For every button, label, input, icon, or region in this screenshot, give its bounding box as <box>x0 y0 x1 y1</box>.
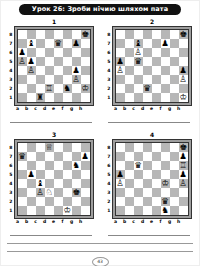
square-d1 <box>45 93 54 102</box>
file-label-f: f <box>156 106 165 112</box>
square-h7 <box>179 39 188 48</box>
square-a4 <box>18 179 27 188</box>
ruled-line <box>7 251 193 252</box>
square-g8 <box>170 143 179 152</box>
piece-K-f1: ♔ <box>63 206 72 215</box>
square-a1 <box>116 93 125 102</box>
square-a5 <box>18 170 27 179</box>
square-h3 <box>179 188 188 197</box>
square-g6 <box>170 161 179 170</box>
square-g3 <box>170 75 179 84</box>
diagram-2-number: 2 <box>103 18 195 25</box>
square-c3 <box>36 75 45 84</box>
square-b3 <box>125 188 134 197</box>
square-f7 <box>63 39 72 48</box>
square-c1 <box>134 93 143 102</box>
square-b1 <box>125 206 134 215</box>
square-a4: ♙ <box>116 66 125 75</box>
square-g1 <box>170 206 179 215</box>
square-b4 <box>125 66 134 75</box>
square-e6 <box>54 161 63 170</box>
square-h6 <box>81 48 90 57</box>
square-c6 <box>36 161 45 170</box>
file-label-c: c <box>31 106 40 112</box>
square-d5 <box>143 170 152 179</box>
square-a8 <box>116 30 125 39</box>
square-b8 <box>125 143 134 152</box>
page-number-badge: 43 <box>92 257 109 266</box>
square-b7 <box>125 39 134 48</box>
file-label-d: d <box>40 106 49 112</box>
square-g5 <box>170 170 179 179</box>
diagram-1-number: 1 <box>5 18 97 25</box>
square-d1 <box>143 93 152 102</box>
square-e6 <box>152 48 161 57</box>
square-b4: ♙ <box>27 66 36 75</box>
diagram-3: 3 87654321 ♕♛♟♞♟♝♙♘♚♔ abcdefgh <box>5 130 97 236</box>
square-c2 <box>36 197 45 206</box>
square-b3 <box>27 188 36 197</box>
square-a3 <box>116 188 125 197</box>
square-e8 <box>54 143 63 152</box>
square-h1 <box>179 206 188 215</box>
diagram-2: 2 87654321 ♚♝♟♙♟♛♙♟♙♛♔ abcdefgh <box>103 17 195 123</box>
board-frame: ♕♛♟♞♟♝♙♘♚♔ <box>14 139 94 219</box>
square-b2 <box>125 84 134 93</box>
chess-board-1: ♚♝♛♟♟♙♟♙♟♙♖♞♔♜ <box>17 29 91 103</box>
square-g2 <box>72 197 81 206</box>
square-d8: ♕ <box>45 143 54 152</box>
file-label-g: g <box>165 219 174 225</box>
file-label-b: b <box>120 106 129 112</box>
square-d1 <box>45 206 54 215</box>
file-label-h: h <box>76 106 85 112</box>
square-g2 <box>170 197 179 206</box>
square-a4 <box>18 66 27 75</box>
file-label-f: f <box>156 219 165 225</box>
square-g6: ♞ <box>72 161 81 170</box>
square-d7 <box>143 39 152 48</box>
square-g7 <box>170 152 179 161</box>
square-b7: ♝ <box>27 39 36 48</box>
square-c4 <box>134 179 143 188</box>
square-f6 <box>161 48 170 57</box>
square-d6 <box>45 161 54 170</box>
square-g1 <box>170 93 179 102</box>
square-f7 <box>161 152 170 161</box>
square-h7 <box>81 39 90 48</box>
square-d8 <box>143 143 152 152</box>
square-c7 <box>36 39 45 48</box>
square-e5 <box>54 57 63 66</box>
square-h2 <box>81 197 90 206</box>
square-h1 <box>81 93 90 102</box>
square-e8 <box>152 30 161 39</box>
square-b2 <box>27 197 36 206</box>
file-label-b: b <box>120 219 129 225</box>
file-labels: abcdefgh <box>13 106 97 112</box>
board-frame: ♚♝♛♟♟♙♟♙♟♙♖♞♔♜ <box>14 26 94 106</box>
file-labels: abcdefgh <box>13 219 97 225</box>
diagram-4: 4 87654321 ♚♟♛♖♟♟♙♔♙♛♞ abcdefgh <box>103 130 195 236</box>
board-frame: ♚♟♛♖♟♟♙♔♙♛♞ <box>112 139 192 219</box>
square-h6 <box>81 161 90 170</box>
square-b1 <box>27 93 36 102</box>
square-e1 <box>152 93 161 102</box>
square-e2 <box>152 84 161 93</box>
file-label-a: a <box>111 219 120 225</box>
square-a8 <box>116 143 125 152</box>
square-d7 <box>45 152 54 161</box>
square-h1: ♔ <box>179 93 188 102</box>
file-label-h: h <box>174 106 183 112</box>
square-h4 <box>81 66 90 75</box>
square-f5 <box>161 57 170 66</box>
piece-K-f4: ♔ <box>161 179 170 188</box>
square-b4 <box>125 179 134 188</box>
square-e8 <box>152 143 161 152</box>
square-a7 <box>116 152 125 161</box>
square-a7: ♛ <box>18 152 27 161</box>
square-g4 <box>170 179 179 188</box>
answer-line-2 <box>108 122 190 123</box>
file-label-e: e <box>49 106 58 112</box>
file-label-c: c <box>129 106 138 112</box>
piece-P-a4: ♙ <box>116 66 125 75</box>
piece-P-a5: ♙ <box>18 57 27 66</box>
square-h3: ♙ <box>179 75 188 84</box>
file-label-e: e <box>49 219 58 225</box>
square-b6 <box>125 161 134 170</box>
square-d3 <box>143 188 152 197</box>
piece-P-c3: ♙ <box>36 188 45 197</box>
square-d4 <box>143 179 152 188</box>
square-c2 <box>134 84 143 93</box>
answer-line-1 <box>10 122 92 123</box>
square-e5 <box>54 170 63 179</box>
square-h1 <box>81 206 90 215</box>
square-b5: ♟ <box>27 170 36 179</box>
square-c4 <box>36 66 45 75</box>
ruled-line <box>7 243 193 244</box>
square-f6 <box>63 161 72 170</box>
square-b8 <box>27 143 36 152</box>
square-c2 <box>134 197 143 206</box>
square-g6 <box>170 48 179 57</box>
lesson-title: Урок 26: Зроби нічию шляхом пата <box>19 4 181 15</box>
square-d5 <box>45 57 54 66</box>
square-e4 <box>54 179 63 188</box>
square-c8 <box>36 143 45 152</box>
square-e3 <box>54 188 63 197</box>
square-g3: ♚ <box>72 188 81 197</box>
square-e1 <box>54 93 63 102</box>
file-label-h: h <box>76 219 85 225</box>
square-d1 <box>143 206 152 215</box>
square-g5 <box>170 57 179 66</box>
square-c8 <box>134 143 143 152</box>
file-label-b: b <box>22 219 31 225</box>
square-b3 <box>27 75 36 84</box>
square-f3 <box>161 75 170 84</box>
file-labels: abcdefgh <box>111 219 195 225</box>
diagram-4-number: 4 <box>103 131 195 138</box>
file-label-e: e <box>147 106 156 112</box>
worksheet-page: Урок 26: Зроби нічию шляхом пата 1 87654… <box>0 0 200 266</box>
square-f7 <box>63 152 72 161</box>
square-d2: ♛ <box>143 84 152 93</box>
diagram-1-board-wrap: 87654321 ♚♝♛♟♟♙♟♙♟♙♖♞♔♜ <box>5 26 97 106</box>
square-f6 <box>161 161 170 170</box>
square-b2 <box>125 197 134 206</box>
square-e7 <box>54 152 63 161</box>
square-c3 <box>134 75 143 84</box>
square-d3: ♘ <box>45 188 54 197</box>
square-a3 <box>18 188 27 197</box>
square-b5 <box>125 170 134 179</box>
square-g3: ♙ <box>72 75 81 84</box>
square-e2 <box>152 197 161 206</box>
piece-p-f7: ♟ <box>161 39 170 48</box>
square-d4 <box>143 66 152 75</box>
square-e7 <box>152 152 161 161</box>
square-e7: ♛ <box>54 39 63 48</box>
square-b7 <box>27 152 36 161</box>
piece-p-h7: ♟ <box>81 152 90 161</box>
file-label-g: g <box>165 106 174 112</box>
square-f4: ♔ <box>161 179 170 188</box>
square-f2: ♞ <box>63 84 72 93</box>
square-f6 <box>63 48 72 57</box>
piece-q-a7: ♛ <box>18 152 27 161</box>
square-d5 <box>45 170 54 179</box>
square-f5 <box>63 170 72 179</box>
piece-p-g7: ♟ <box>72 39 81 48</box>
diagram-2-board-wrap: 87654321 ♚♝♟♙♟♛♙♟♙♛♔ <box>103 26 195 106</box>
square-d2: ♖ <box>45 84 54 93</box>
square-c5 <box>134 170 143 179</box>
square-g1 <box>72 206 81 215</box>
square-g8 <box>72 143 81 152</box>
square-d6 <box>143 48 152 57</box>
square-b1 <box>125 93 134 102</box>
square-c1 <box>134 206 143 215</box>
piece-n-f2: ♞ <box>63 84 72 93</box>
square-h4 <box>81 179 90 188</box>
file-label-e: e <box>147 219 156 225</box>
square-b2 <box>27 84 36 93</box>
square-d7 <box>143 152 152 161</box>
square-a1 <box>116 206 125 215</box>
square-f7: ♟ <box>161 39 170 48</box>
piece-r-c1: ♜ <box>36 93 45 102</box>
file-label-d: d <box>138 219 147 225</box>
square-b4 <box>27 179 36 188</box>
square-e3 <box>54 75 63 84</box>
square-g7 <box>170 39 179 48</box>
square-g3 <box>170 188 179 197</box>
piece-k-h8: ♚ <box>81 30 90 39</box>
square-g4 <box>170 66 179 75</box>
file-label-g: g <box>67 106 76 112</box>
square-c6: ♛ <box>134 161 143 170</box>
piece-P-b4: ♙ <box>27 66 36 75</box>
square-f5 <box>63 57 72 66</box>
square-b8 <box>125 30 134 39</box>
square-a6 <box>18 161 27 170</box>
square-f8 <box>161 143 170 152</box>
square-f1: ♞ <box>161 206 170 215</box>
square-e4 <box>152 179 161 188</box>
square-h5 <box>81 170 90 179</box>
piece-P-a4: ♙ <box>116 179 125 188</box>
diagram-1: 1 87654321 ♚♝♛♟♟♙♟♙♟♙♖♞♔♜ abcdefgh <box>5 17 97 123</box>
file-label-c: c <box>129 219 138 225</box>
piece-p-b5: ♟ <box>27 170 36 179</box>
piece-q-c5: ♛ <box>134 57 143 66</box>
square-a7 <box>116 39 125 48</box>
square-g6 <box>72 48 81 57</box>
answer-line-4 <box>108 235 190 236</box>
square-c8 <box>36 30 45 39</box>
square-e5 <box>152 57 161 66</box>
square-c4 <box>134 66 143 75</box>
square-a1 <box>18 93 27 102</box>
file-label-a: a <box>111 106 120 112</box>
square-a1 <box>18 206 27 215</box>
square-c1 <box>36 206 45 215</box>
square-f8 <box>63 30 72 39</box>
square-c3 <box>134 188 143 197</box>
square-b1 <box>27 206 36 215</box>
square-f8 <box>63 143 72 152</box>
square-f4 <box>161 66 170 75</box>
piece-P-h3: ♙ <box>179 75 188 84</box>
square-f1 <box>63 93 72 102</box>
square-a8 <box>18 30 27 39</box>
piece-K-h1: ♔ <box>179 93 188 102</box>
square-e4 <box>152 66 161 75</box>
square-a2 <box>116 197 125 206</box>
square-g2 <box>170 84 179 93</box>
square-d8 <box>143 30 152 39</box>
square-h2: ♔ <box>81 84 90 93</box>
file-label-b: b <box>22 106 31 112</box>
square-e2 <box>54 84 63 93</box>
square-a2 <box>18 84 27 93</box>
file-label-g: g <box>67 219 76 225</box>
square-d2 <box>45 197 54 206</box>
square-g2 <box>72 84 81 93</box>
diagram-3-board-wrap: 87654321 ♕♛♟♞♟♝♙♘♚♔ <box>5 139 97 219</box>
file-label-f: f <box>58 219 67 225</box>
diagram-4-board-wrap: 87654321 ♚♟♛♖♟♟♙♔♙♛♞ <box>103 139 195 219</box>
notes-lines <box>7 243 193 252</box>
square-a3 <box>116 75 125 84</box>
square-d7 <box>45 39 54 48</box>
square-e3 <box>152 75 161 84</box>
square-f1 <box>161 93 170 102</box>
square-c5 <box>36 57 45 66</box>
square-d8 <box>45 30 54 39</box>
chess-board-2: ♚♝♟♙♟♛♙♟♙♛♔ <box>115 29 189 103</box>
piece-q-d2: ♛ <box>143 84 152 93</box>
board-frame: ♚♝♟♙♟♛♙♟♙♛♔ <box>112 26 192 106</box>
piece-n-g6: ♞ <box>72 161 81 170</box>
square-e1 <box>54 206 63 215</box>
chess-board-3: ♕♛♟♞♟♝♙♘♚♔ <box>17 142 91 216</box>
piece-b-b7: ♝ <box>27 39 36 48</box>
square-e5 <box>152 170 161 179</box>
square-b3 <box>125 75 134 84</box>
square-f4 <box>63 66 72 75</box>
square-b7 <box>125 152 134 161</box>
square-f2 <box>161 84 170 93</box>
square-h7: ♟ <box>81 152 90 161</box>
square-c7 <box>36 152 45 161</box>
file-label-a: a <box>13 219 22 225</box>
square-c1: ♜ <box>36 93 45 102</box>
square-b6 <box>125 48 134 57</box>
piece-n-f1: ♞ <box>161 206 170 215</box>
diagram-grid: 1 87654321 ♚♝♛♟♟♙♟♙♟♙♖♞♔♜ abcdefgh 2 876… <box>2 17 198 236</box>
square-d5 <box>143 57 152 66</box>
square-h4: ♙ <box>179 179 188 188</box>
piece-q-c6: ♛ <box>134 161 143 170</box>
square-g7: ♟ <box>72 39 81 48</box>
square-e7 <box>152 39 161 48</box>
file-label-f: f <box>58 106 67 112</box>
square-c6 <box>36 48 45 57</box>
square-f3 <box>63 188 72 197</box>
chess-board-4: ♚♟♛♖♟♟♙♔♙♛♞ <box>115 142 189 216</box>
square-e6 <box>152 161 161 170</box>
square-h5 <box>81 57 90 66</box>
piece-N-d3: ♘ <box>45 188 54 197</box>
piece-P-h4: ♙ <box>179 179 188 188</box>
square-h8: ♚ <box>81 30 90 39</box>
square-e3 <box>152 188 161 197</box>
square-c3: ♙ <box>36 188 45 197</box>
piece-Q-d8: ♕ <box>45 143 54 152</box>
square-e2 <box>54 197 63 206</box>
piece-q-e7: ♛ <box>54 39 63 48</box>
answer-line-3 <box>10 235 92 236</box>
file-label-h: h <box>174 219 183 225</box>
square-c5: ♛ <box>134 57 143 66</box>
diagram-3-number: 3 <box>5 131 97 138</box>
square-d4 <box>45 66 54 75</box>
square-a2 <box>116 84 125 93</box>
square-h8: ♚ <box>179 30 188 39</box>
file-label-d: d <box>40 219 49 225</box>
square-d6 <box>45 48 54 57</box>
square-b5 <box>125 57 134 66</box>
file-labels: abcdefgh <box>111 106 195 112</box>
piece-P-g3: ♙ <box>72 75 81 84</box>
square-a3 <box>18 75 27 84</box>
square-f1: ♔ <box>63 206 72 215</box>
square-f4 <box>63 179 72 188</box>
file-label-a: a <box>13 106 22 112</box>
file-label-c: c <box>31 219 40 225</box>
square-a5: ♙ <box>18 57 27 66</box>
square-g8 <box>170 30 179 39</box>
piece-R-d2: ♖ <box>45 84 54 93</box>
piece-k-h8: ♚ <box>179 30 188 39</box>
piece-K-h2: ♔ <box>81 84 90 93</box>
square-h3 <box>81 188 90 197</box>
